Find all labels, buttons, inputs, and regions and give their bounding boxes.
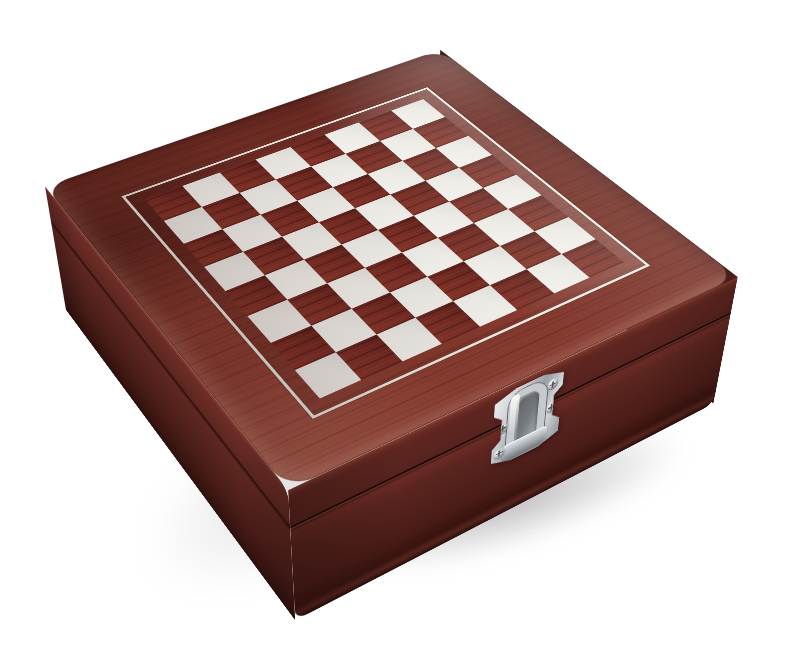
board-square xyxy=(389,276,453,317)
board-square xyxy=(248,300,312,343)
board-square xyxy=(526,254,589,294)
board-square xyxy=(453,285,517,327)
board-square xyxy=(225,275,287,316)
board-square xyxy=(295,352,362,399)
board-square xyxy=(271,325,336,370)
board-square xyxy=(265,260,327,300)
latch-screw xyxy=(546,400,557,414)
board-square xyxy=(184,229,244,267)
board-square xyxy=(561,239,624,278)
photo-scene xyxy=(0,0,800,667)
board-square xyxy=(327,268,390,309)
board-square xyxy=(351,292,415,334)
board-square xyxy=(365,253,427,293)
board-square xyxy=(490,269,554,310)
board-square xyxy=(204,252,265,291)
board-square xyxy=(376,318,442,362)
board-square xyxy=(402,238,464,277)
board-square xyxy=(427,261,490,301)
board-square xyxy=(464,246,526,285)
board-square xyxy=(415,301,480,344)
stage xyxy=(0,0,800,667)
board-square xyxy=(341,230,402,268)
board-square xyxy=(311,309,376,352)
board-square xyxy=(304,245,365,284)
board-square xyxy=(243,237,303,275)
board-square xyxy=(288,284,351,326)
board-square xyxy=(336,335,402,380)
latch-screw xyxy=(547,377,558,392)
board-square xyxy=(499,231,561,269)
